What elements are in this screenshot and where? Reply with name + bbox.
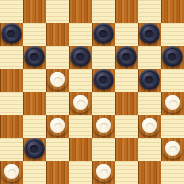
square-r0c4 bbox=[92, 0, 115, 23]
square-r3c4[interactable]: ⛂ bbox=[92, 69, 115, 92]
square-r6c6 bbox=[138, 138, 161, 161]
square-r5c0[interactable] bbox=[0, 115, 23, 138]
black-checker-piece[interactable]: ⛂ bbox=[116, 46, 137, 67]
square-r3c7 bbox=[161, 69, 184, 92]
square-r0c1[interactable] bbox=[23, 0, 46, 23]
square-r4c7[interactable]: ⛀ bbox=[161, 92, 184, 115]
square-r4c0 bbox=[0, 92, 23, 115]
square-r1c3 bbox=[69, 23, 92, 46]
white-checker-piece[interactable]: ⛀ bbox=[1, 161, 22, 182]
white-checker-piece[interactable]: ⛀ bbox=[162, 92, 183, 113]
white-checker-piece[interactable]: ⛀ bbox=[93, 161, 114, 182]
square-r3c0[interactable] bbox=[0, 69, 23, 92]
black-checker-piece[interactable]: ⛂ bbox=[70, 46, 91, 67]
white-checker-piece[interactable]: ⛀ bbox=[162, 138, 183, 159]
white-checker-piece[interactable]: ⛀ bbox=[47, 69, 68, 90]
white-checker-piece[interactable]: ⛀ bbox=[70, 92, 91, 113]
square-r7c0[interactable]: ⛀ bbox=[0, 161, 23, 184]
black-checker-piece[interactable]: ⛂ bbox=[24, 46, 45, 67]
square-r6c0 bbox=[0, 138, 23, 161]
black-checker-piece[interactable]: ⛂ bbox=[139, 69, 160, 90]
square-r3c5 bbox=[115, 69, 138, 92]
square-r4c1[interactable] bbox=[23, 92, 46, 115]
black-checker-piece[interactable]: ⛂ bbox=[24, 138, 45, 159]
square-r5c3 bbox=[69, 115, 92, 138]
square-r6c4 bbox=[92, 138, 115, 161]
square-r5c6[interactable]: ⛀ bbox=[138, 115, 161, 138]
square-r6c5[interactable] bbox=[115, 138, 138, 161]
square-r1c4[interactable]: ⛂ bbox=[92, 23, 115, 46]
square-r4c6 bbox=[138, 92, 161, 115]
square-r2c7[interactable]: ⛂ bbox=[161, 46, 184, 69]
square-r7c3 bbox=[69, 161, 92, 184]
black-checker-piece[interactable]: ⛂ bbox=[1, 23, 22, 44]
square-r1c6[interactable]: ⛂ bbox=[138, 23, 161, 46]
square-r5c4[interactable]: ⛀ bbox=[92, 115, 115, 138]
square-r2c3[interactable]: ⛂ bbox=[69, 46, 92, 69]
square-r4c4 bbox=[92, 92, 115, 115]
black-checker-piece[interactable]: ⛂ bbox=[93, 69, 114, 90]
square-r5c7 bbox=[161, 115, 184, 138]
black-checker-piece[interactable]: ⛂ bbox=[162, 46, 183, 67]
square-r5c5 bbox=[115, 115, 138, 138]
square-r5c2[interactable]: ⛀ bbox=[46, 115, 69, 138]
square-r6c2 bbox=[46, 138, 69, 161]
square-r3c1 bbox=[23, 69, 46, 92]
square-r4c2 bbox=[46, 92, 69, 115]
square-r7c4[interactable]: ⛀ bbox=[92, 161, 115, 184]
square-r6c7[interactable]: ⛀ bbox=[161, 138, 184, 161]
square-r7c5 bbox=[115, 161, 138, 184]
square-r2c6 bbox=[138, 46, 161, 69]
square-r3c6[interactable]: ⛂ bbox=[138, 69, 161, 92]
square-r0c3[interactable] bbox=[69, 0, 92, 23]
square-r2c4 bbox=[92, 46, 115, 69]
square-r2c0 bbox=[0, 46, 23, 69]
square-r7c2[interactable] bbox=[46, 161, 69, 184]
square-r1c0[interactable]: ⛂ bbox=[0, 23, 23, 46]
square-r0c7[interactable] bbox=[161, 0, 184, 23]
square-r2c5[interactable]: ⛂ bbox=[115, 46, 138, 69]
square-r1c1 bbox=[23, 23, 46, 46]
square-r3c3 bbox=[69, 69, 92, 92]
black-checker-piece[interactable]: ⛂ bbox=[93, 23, 114, 44]
square-r3c2[interactable]: ⛀ bbox=[46, 69, 69, 92]
square-r0c2 bbox=[46, 0, 69, 23]
square-r2c2 bbox=[46, 46, 69, 69]
square-r6c1[interactable]: ⛂ bbox=[23, 138, 46, 161]
square-r2c1[interactable]: ⛂ bbox=[23, 46, 46, 69]
white-checker-piece[interactable]: ⛀ bbox=[47, 115, 68, 136]
square-r4c3[interactable]: ⛀ bbox=[69, 92, 92, 115]
square-r1c2[interactable] bbox=[46, 23, 69, 46]
square-r7c1 bbox=[23, 161, 46, 184]
black-checker-piece[interactable]: ⛂ bbox=[139, 23, 160, 44]
square-r0c5[interactable] bbox=[115, 0, 138, 23]
square-r0c0 bbox=[0, 0, 23, 23]
square-r4c5[interactable] bbox=[115, 92, 138, 115]
square-r5c1 bbox=[23, 115, 46, 138]
square-r1c7 bbox=[161, 23, 184, 46]
white-checker-piece[interactable]: ⛀ bbox=[139, 115, 160, 136]
square-r1c5 bbox=[115, 23, 138, 46]
white-checker-piece[interactable]: ⛀ bbox=[93, 115, 114, 136]
square-r7c6[interactable] bbox=[138, 161, 161, 184]
square-r6c3[interactable] bbox=[69, 138, 92, 161]
checkers-board: ⛂⛂⛂⛂⛂⛂⛂⛀⛂⛂⛀⛀⛀⛀⛀⛂⛀⛀⛀ bbox=[0, 0, 184, 184]
square-r0c6 bbox=[138, 0, 161, 23]
square-r7c7 bbox=[161, 161, 184, 184]
